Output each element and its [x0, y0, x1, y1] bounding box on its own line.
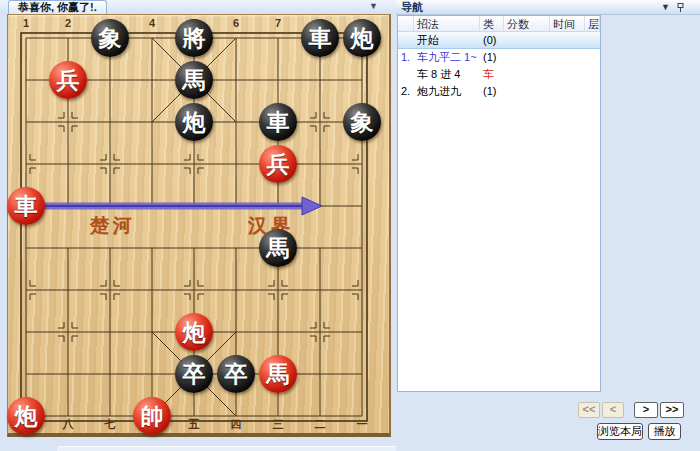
file-label-bottom-9: 一	[352, 419, 372, 430]
tab-strip: 恭喜你, 你赢了!. ▼	[0, 0, 396, 14]
piece-black-將[interactable]: 將	[175, 19, 213, 57]
piece-black-車[interactable]: 車	[259, 103, 297, 141]
move-cell: (1)	[480, 83, 600, 100]
file-label-bottom-3: 七	[100, 419, 120, 430]
piece-red-帥[interactable]: 帥	[133, 397, 171, 435]
move-list-table[interactable]: 招法类型分数时间层 开始(0)1.车九平二 1~(1)车 8 进 4车2.炮九进…	[397, 15, 601, 392]
next-move-button[interactable]: >	[634, 402, 658, 418]
river-label-chuhe: 楚河	[90, 213, 136, 239]
piece-black-車[interactable]: 車	[301, 19, 339, 57]
move-cell: 1.	[398, 49, 414, 66]
move-row[interactable]: 开始(0)	[398, 32, 600, 49]
auto-hide-pin-icon[interactable]	[677, 3, 685, 13]
move-cell	[398, 32, 414, 48]
move-row[interactable]: 车 8 进 4车	[398, 66, 600, 83]
piece-red-馬[interactable]: 馬	[259, 355, 297, 393]
file-label-bottom-7: 三	[268, 419, 288, 430]
move-cell: 车	[480, 66, 600, 83]
game-result-tab[interactable]: 恭喜你, 你赢了!.	[8, 0, 107, 14]
piece-black-象[interactable]: 象	[91, 19, 129, 57]
piece-black-卒[interactable]: 卒	[217, 355, 255, 393]
file-label-bottom-8: 二	[310, 419, 330, 430]
bottom-panel-edge	[57, 446, 396, 451]
tab-overflow-chevron-icon[interactable]: ▼	[369, 1, 378, 11]
piece-red-炮[interactable]: 炮	[7, 397, 45, 435]
move-table-header: 招法类型分数时间层	[398, 16, 600, 32]
piece-black-馬[interactable]: 馬	[259, 229, 297, 267]
board-panel: 恭喜你, 你赢了!. ▼ 楚河 汉界 123456789九八七六五四三二一象將車…	[0, 0, 396, 451]
move-cell: (0)	[480, 32, 600, 48]
piece-black-卒[interactable]: 卒	[175, 355, 213, 393]
nav-panel-title: 导航	[396, 0, 700, 15]
file-label-bottom-5: 五	[184, 419, 204, 430]
file-label-top-7: 7	[268, 18, 288, 29]
piece-black-炮[interactable]: 炮	[175, 103, 213, 141]
piece-black-炮[interactable]: 炮	[343, 19, 381, 57]
move-cell: 炮九进九	[414, 83, 480, 100]
piece-red-兵[interactable]: 兵	[259, 145, 297, 183]
panel-menu-chevron-icon[interactable]: ▼	[661, 2, 670, 12]
move-cell	[398, 66, 414, 83]
move-row[interactable]: 1.车九平二 1~(1)	[398, 49, 600, 66]
first-move-button[interactable]: <<	[578, 402, 600, 418]
piece-black-象[interactable]: 象	[343, 103, 381, 141]
play-button[interactable]: 播放	[648, 423, 681, 440]
move-cell: 2.	[398, 83, 414, 100]
column-header-5[interactable]: 层	[585, 16, 600, 31]
column-header-num[interactable]	[398, 16, 414, 31]
last-move-button[interactable]: >>	[660, 402, 684, 418]
piece-red-炮[interactable]: 炮	[175, 313, 213, 351]
piece-red-兵[interactable]: 兵	[49, 61, 87, 99]
browse-game-button[interactable]: 浏览本局	[597, 423, 643, 440]
column-header-1[interactable]: 招法	[414, 16, 480, 31]
piece-red-車[interactable]: 車	[7, 187, 45, 225]
move-cell: 车 8 进 4	[414, 66, 480, 83]
file-label-bottom-2: 八	[58, 419, 78, 430]
prev-move-button[interactable]: <	[602, 402, 624, 418]
move-row[interactable]: 2.炮九进九(1)	[398, 83, 600, 100]
file-label-bottom-6: 四	[226, 419, 246, 430]
file-label-top-1: 1	[16, 18, 36, 29]
piece-black-馬[interactable]: 馬	[175, 61, 213, 99]
file-label-top-2: 2	[58, 18, 78, 29]
xiangqi-board[interactable]: 楚河 汉界 123456789九八七六五四三二一象將車炮馬炮車象馬卒卒兵兵車炮馬…	[7, 14, 391, 437]
column-header-4[interactable]: 时间	[550, 16, 585, 31]
file-label-top-4: 4	[142, 18, 162, 29]
column-header-3[interactable]: 分数	[504, 16, 550, 31]
move-cell: (1)	[480, 49, 600, 66]
move-cell: 车九平二 1~	[414, 49, 480, 66]
column-header-2[interactable]: 类型	[480, 16, 504, 31]
navigation-panel: 导航 ▼ 招法类型分数时间层 开始(0)1.车九平二 1~(1)车 8 进 4车…	[396, 0, 700, 451]
move-cell: 开始	[414, 32, 480, 48]
file-label-top-6: 6	[226, 18, 246, 29]
